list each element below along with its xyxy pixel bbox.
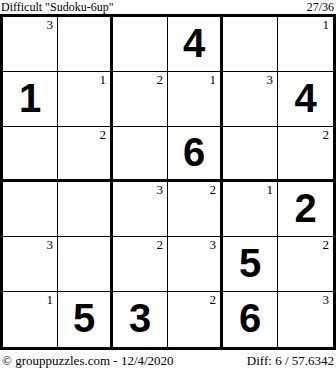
cell-value: 4 (183, 23, 205, 63)
footer: © grouppuzzles.com - 12/4/2020 Diff: 6 /… (0, 350, 336, 370)
cell-value: 5 (73, 298, 95, 338)
cell-r4c5: 1 (223, 182, 278, 237)
cell-r1c2 (58, 17, 113, 72)
copyright-text: © grouppuzzles.com - 12/4/2020 (2, 353, 174, 369)
pencil-mark: 1 (210, 72, 217, 87)
cell-r3c6: 2 (278, 127, 333, 182)
cell-r2c2: 1 (58, 72, 113, 127)
pencil-mark: 3 (157, 182, 164, 197)
cell-r1c6: 1 (278, 17, 333, 72)
cell-r2c4: 1 (168, 72, 223, 127)
difficulty-text: Diff: 6 / 57.6342 (247, 353, 334, 369)
cell-r5c4: 3 (168, 237, 223, 292)
cell-r2c3: 2 (113, 72, 168, 127)
pencil-mark: 2 (323, 237, 330, 252)
cell-r6c1: 1 (3, 292, 58, 347)
cell-r5c3: 2 (113, 237, 168, 292)
cell-r1c5 (223, 17, 278, 72)
pencil-mark: 1 (323, 17, 330, 32)
pencil-mark: 3 (323, 292, 330, 307)
cell-r4c1 (3, 182, 58, 237)
pencil-mark: 1 (47, 292, 54, 307)
cell-r5c2 (58, 237, 113, 292)
cell-r3c3 (113, 127, 168, 182)
cell-r4c6: 2 (278, 182, 333, 237)
pencil-mark: 3 (47, 237, 54, 252)
sudoku-board: 341112134262321232352153263 (0, 14, 336, 350)
cell-r6c4: 2 (168, 292, 223, 347)
cell-r4c2 (58, 182, 113, 237)
cell-r3c5 (223, 127, 278, 182)
cell-r1c1: 3 (3, 17, 58, 72)
cell-r5c1: 3 (3, 237, 58, 292)
pencil-mark: 2 (157, 72, 164, 87)
cell-value: 2 (294, 188, 316, 228)
cell-r4c4: 2 (168, 182, 223, 237)
pencil-mark: 2 (210, 182, 217, 197)
cell-r4c3: 3 (113, 182, 168, 237)
cell-r3c4: 6 (168, 127, 223, 182)
cell-r6c5: 6 (223, 292, 278, 347)
cell-r5c6: 2 (278, 237, 333, 292)
cell-value: 6 (183, 132, 205, 172)
cell-value: 4 (294, 78, 316, 118)
cell-r2c6: 4 (278, 72, 333, 127)
pencil-mark: 3 (47, 17, 54, 32)
cell-r2c5: 3 (223, 72, 278, 127)
cell-r6c2: 5 (58, 292, 113, 347)
cell-value: 3 (129, 298, 151, 338)
pencil-mark: 2 (157, 237, 164, 252)
puzzle-counter: 27/36 (307, 1, 334, 14)
cell-r3c1 (3, 127, 58, 182)
cell-value: 5 (239, 243, 261, 283)
header: Difficult "Sudoku-6up" 27/36 (0, 0, 336, 14)
cell-r2c1: 1 (3, 72, 58, 127)
cell-r1c4: 4 (168, 17, 223, 72)
cell-value: 1 (19, 78, 41, 118)
cell-value: 6 (239, 298, 261, 338)
cell-r6c6: 3 (278, 292, 333, 347)
cell-r6c3: 3 (113, 292, 168, 347)
pencil-mark: 3 (267, 72, 274, 87)
cell-r5c5: 5 (223, 237, 278, 292)
pencil-mark: 1 (267, 182, 274, 197)
pencil-mark: 1 (100, 72, 107, 87)
puzzle-page: Difficult "Sudoku-6up" 27/36 34111213426… (0, 0, 336, 370)
pencil-mark: 2 (210, 292, 217, 307)
pencil-mark: 2 (100, 127, 107, 142)
pencil-mark: 3 (210, 237, 217, 252)
puzzle-title: Difficult "Sudoku-6up" (1, 1, 114, 14)
cell-r3c2: 2 (58, 127, 113, 182)
pencil-mark: 2 (323, 127, 330, 142)
cell-r1c3 (113, 17, 168, 72)
